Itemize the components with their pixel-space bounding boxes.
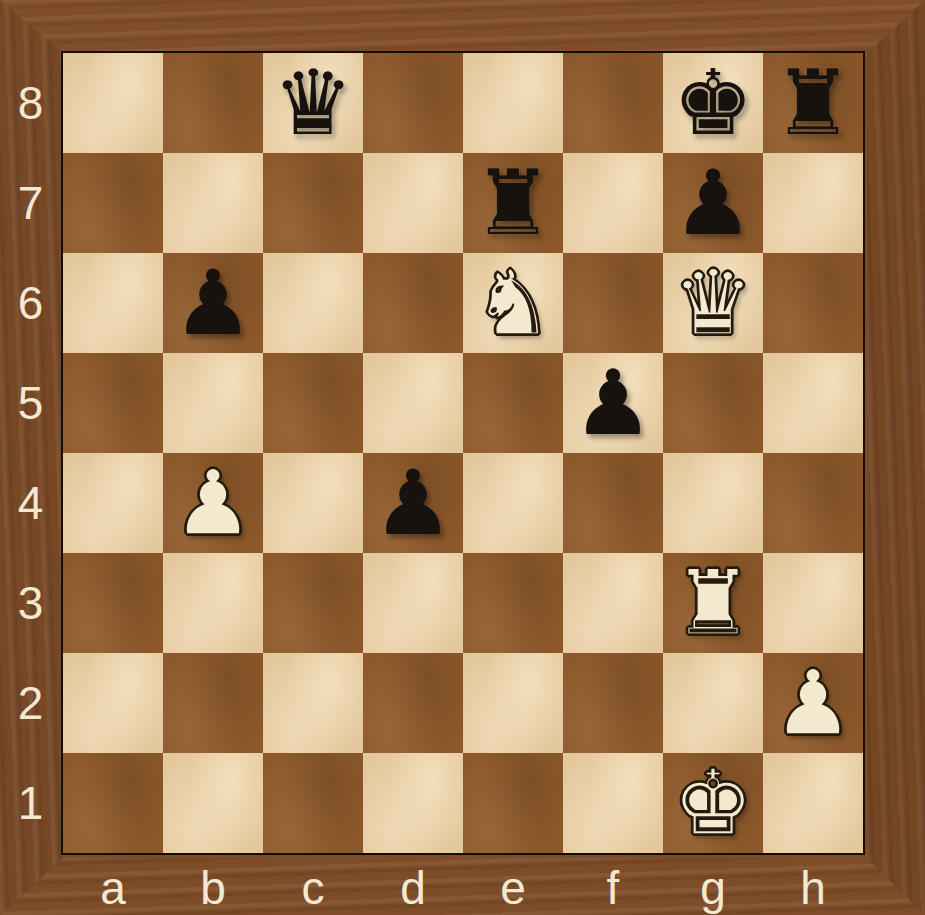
- square-b6[interactable]: ♟: [163, 253, 263, 353]
- square-f3[interactable]: [563, 553, 663, 653]
- piece-black-pawn[interactable]: ♟: [363, 453, 463, 553]
- square-g8[interactable]: ♚: [663, 53, 763, 153]
- square-c3[interactable]: [263, 553, 363, 653]
- square-g7[interactable]: ♟: [663, 153, 763, 253]
- rank-label-4: 4: [0, 453, 61, 553]
- square-f2[interactable]: [563, 653, 663, 753]
- rank-label-2: 2: [0, 653, 61, 753]
- piece-white-pawn[interactable]: ♟: [163, 453, 263, 553]
- piece-white-knight[interactable]: ♞: [463, 253, 563, 353]
- square-b3[interactable]: [163, 553, 263, 653]
- square-d7[interactable]: [363, 153, 463, 253]
- square-h2[interactable]: ♟: [763, 653, 863, 753]
- square-b5[interactable]: [163, 353, 263, 453]
- piece-black-pawn[interactable]: ♟: [663, 153, 763, 253]
- piece-black-pawn[interactable]: ♟: [563, 353, 663, 453]
- square-f6[interactable]: [563, 253, 663, 353]
- rank-label-5: 5: [0, 353, 61, 453]
- square-c5[interactable]: [263, 353, 363, 453]
- square-a5[interactable]: [63, 353, 163, 453]
- square-b4[interactable]: ♟: [163, 453, 263, 553]
- file-label-b: b: [163, 858, 263, 915]
- square-b8[interactable]: [163, 53, 263, 153]
- rank-label-1: 1: [0, 753, 61, 853]
- piece-white-rook[interactable]: ♜: [663, 553, 763, 653]
- square-e5[interactable]: [463, 353, 563, 453]
- frame-top: [0, 0, 925, 53]
- square-h8[interactable]: ♜: [763, 53, 863, 153]
- square-g3[interactable]: ♜: [663, 553, 763, 653]
- square-h3[interactable]: [763, 553, 863, 653]
- square-g2[interactable]: [663, 653, 763, 753]
- square-a1[interactable]: [63, 753, 163, 853]
- chessboard-screenshot: 87654321 abcdefgh ♛♚♜♜♟♟♞♛♟♟♟♜♟♚: [0, 0, 925, 915]
- square-h4[interactable]: [763, 453, 863, 553]
- square-d8[interactable]: [363, 53, 463, 153]
- square-f8[interactable]: [563, 53, 663, 153]
- square-a7[interactable]: [63, 153, 163, 253]
- rank-label-8: 8: [0, 53, 61, 153]
- square-c2[interactable]: [263, 653, 363, 753]
- square-d2[interactable]: [363, 653, 463, 753]
- square-g1[interactable]: ♚: [663, 753, 763, 853]
- piece-black-king[interactable]: ♚: [663, 53, 763, 153]
- square-f5[interactable]: ♟: [563, 353, 663, 453]
- square-e6[interactable]: ♞: [463, 253, 563, 353]
- file-label-d: d: [363, 858, 463, 915]
- square-f1[interactable]: [563, 753, 663, 853]
- square-e3[interactable]: [463, 553, 563, 653]
- piece-black-rook[interactable]: ♜: [463, 153, 563, 253]
- square-d1[interactable]: [363, 753, 463, 853]
- square-e1[interactable]: [463, 753, 563, 853]
- file-label-e: e: [463, 858, 563, 915]
- rank-labels: 87654321: [0, 53, 61, 853]
- square-a4[interactable]: [63, 453, 163, 553]
- file-label-h: h: [763, 858, 863, 915]
- square-e7[interactable]: ♜: [463, 153, 563, 253]
- square-a6[interactable]: [63, 253, 163, 353]
- square-h6[interactable]: [763, 253, 863, 353]
- piece-black-pawn[interactable]: ♟: [163, 253, 263, 353]
- piece-black-rook[interactable]: ♜: [763, 53, 863, 153]
- square-d3[interactable]: [363, 553, 463, 653]
- file-label-a: a: [63, 858, 163, 915]
- square-a3[interactable]: [63, 553, 163, 653]
- piece-white-pawn[interactable]: ♟: [763, 653, 863, 753]
- square-a2[interactable]: [63, 653, 163, 753]
- rank-label-3: 3: [0, 553, 61, 653]
- square-g6[interactable]: ♛: [663, 253, 763, 353]
- square-g5[interactable]: [663, 353, 763, 453]
- square-f7[interactable]: [563, 153, 663, 253]
- rank-label-6: 6: [0, 253, 61, 353]
- square-e4[interactable]: [463, 453, 563, 553]
- piece-black-queen[interactable]: ♛: [263, 53, 363, 153]
- square-e8[interactable]: [463, 53, 563, 153]
- file-label-g: g: [663, 858, 763, 915]
- square-d5[interactable]: [363, 353, 463, 453]
- square-h7[interactable]: [763, 153, 863, 253]
- square-d4[interactable]: ♟: [363, 453, 463, 553]
- square-a8[interactable]: [63, 53, 163, 153]
- piece-white-queen[interactable]: ♛: [663, 253, 763, 353]
- square-h1[interactable]: [763, 753, 863, 853]
- square-e2[interactable]: [463, 653, 563, 753]
- square-g4[interactable]: [663, 453, 763, 553]
- file-label-f: f: [563, 858, 663, 915]
- square-h5[interactable]: [763, 353, 863, 453]
- square-d6[interactable]: [363, 253, 463, 353]
- piece-white-king[interactable]: ♚: [663, 753, 763, 853]
- chess-board: ♛♚♜♜♟♟♞♛♟♟♟♜♟♚: [61, 51, 865, 855]
- square-c8[interactable]: ♛: [263, 53, 363, 153]
- square-c7[interactable]: [263, 153, 363, 253]
- square-c6[interactable]: [263, 253, 363, 353]
- square-b7[interactable]: [163, 153, 263, 253]
- file-labels: abcdefgh: [63, 858, 863, 915]
- frame-right: [867, 0, 925, 915]
- rank-label-7: 7: [0, 153, 61, 253]
- square-c1[interactable]: [263, 753, 363, 853]
- square-c4[interactable]: [263, 453, 363, 553]
- square-f4[interactable]: [563, 453, 663, 553]
- file-label-c: c: [263, 858, 363, 915]
- square-b2[interactable]: [163, 653, 263, 753]
- square-b1[interactable]: [163, 753, 263, 853]
